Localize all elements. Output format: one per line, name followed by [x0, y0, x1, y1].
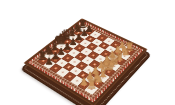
light-r-piece: ♜ [81, 78, 101, 91]
inner-frame-band: ♜♟♟♜♞♟♟♞♝♟♟♝♛♟♟♛♚♟♟♚♝♟♟♝♞♟♟♞♜♟♟♜ [30, 22, 140, 100]
scene: ♜♟♟♜♞♟♟♞♝♟♟♝♛♟♟♛♚♟♟♚♝♟♟♝♞♟♟♞♜♟♟♜ [0, 0, 175, 105]
board-rim: ♜♟♟♜♞♟♟♞♝♟♟♝♛♟♟♛♚♟♟♚♝♟♟♝♞♟♟♞♜♟♟♜ [23, 18, 147, 105]
chess-board: ♜♟♟♜♞♟♟♞♝♟♟♝♛♟♟♛♚♟♟♚♝♟♟♝♞♟♟♞♜♟♟♜ [23, 18, 147, 105]
square: ♟ [42, 60, 55, 69]
dark-p-piece: ♟ [39, 56, 58, 66]
mosaic-border-band: ♜♟♟♜♞♟♟♞♝♟♟♝♛♟♟♛♚♟♟♚♝♟♟♝♞♟♟♞♜♟♟♜ [27, 20, 143, 102]
square: ♜ [84, 84, 98, 95]
photo-stage: ♜♟♟♜♞♟♟♞♝♟♟♝♛♟♟♛♚♟♟♚♝♟♟♝♞♟♟♞♜♟♟♜ [0, 0, 175, 105]
